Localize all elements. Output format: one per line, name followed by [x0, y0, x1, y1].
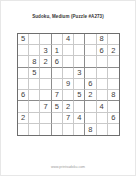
- sudoku-page: Sudoku, Medium (Puzzle #A273) 5483162826…: [0, 0, 136, 176]
- cell-r9c9[interactable]: [108, 124, 119, 135]
- cell-r9c7[interactable]: 8: [85, 124, 96, 135]
- cell-r8c7[interactable]: [85, 113, 96, 124]
- cell-r6c7[interactable]: 2: [85, 90, 96, 101]
- cell-r1c9[interactable]: [108, 34, 119, 45]
- cell-r1c8[interactable]: 8: [97, 34, 108, 45]
- cell-r6c8[interactable]: [97, 90, 108, 101]
- sudoku-grid: 5483162826539667528752427468: [17, 33, 120, 136]
- cell-r6c1[interactable]: 6: [18, 90, 29, 101]
- cell-r6c3[interactable]: [40, 90, 51, 101]
- cell-r2c6[interactable]: [74, 45, 85, 56]
- cell-r4c5[interactable]: [63, 68, 74, 79]
- cell-r1c6[interactable]: [74, 34, 85, 45]
- cell-r1c3[interactable]: [40, 34, 51, 45]
- cell-r2c7[interactable]: [85, 45, 96, 56]
- cell-r5c4[interactable]: [52, 79, 63, 90]
- cell-r4c8[interactable]: [97, 68, 108, 79]
- cell-r2c8[interactable]: 6: [97, 45, 108, 56]
- cell-r9c4[interactable]: [52, 124, 63, 135]
- cell-r7c2[interactable]: [29, 101, 40, 112]
- cell-r3c8[interactable]: [97, 56, 108, 67]
- cell-r7c5[interactable]: 2: [63, 101, 74, 112]
- cell-r9c2[interactable]: [29, 124, 40, 135]
- cell-r2c5[interactable]: [63, 45, 74, 56]
- cell-r9c5[interactable]: [63, 124, 74, 135]
- footer-url: www.printsudoku.com: [1, 165, 135, 169]
- cell-r9c6[interactable]: [74, 124, 85, 135]
- cell-r5c1[interactable]: [18, 79, 29, 90]
- cell-r6c9[interactable]: 8: [108, 90, 119, 101]
- cell-r3c7[interactable]: [85, 56, 96, 67]
- cell-r3c5[interactable]: [63, 56, 74, 67]
- cell-r4c1[interactable]: [18, 68, 29, 79]
- cell-r6c5[interactable]: [63, 90, 74, 101]
- cell-r8c3[interactable]: [40, 113, 51, 124]
- cell-r7c8[interactable]: 4: [97, 101, 108, 112]
- cell-r5c8[interactable]: [97, 79, 108, 90]
- cell-r4c7[interactable]: [85, 68, 96, 79]
- cell-r8c5[interactable]: 7: [63, 113, 74, 124]
- cell-r2c1[interactable]: [18, 45, 29, 56]
- cell-r1c5[interactable]: 4: [63, 34, 74, 45]
- cell-r8c8[interactable]: [97, 113, 108, 124]
- cell-r3c3[interactable]: 2: [40, 56, 51, 67]
- cell-r6c6[interactable]: 5: [74, 90, 85, 101]
- cell-r7c1[interactable]: [18, 101, 29, 112]
- cell-r4c2[interactable]: 5: [29, 68, 40, 79]
- cell-r4c3[interactable]: [40, 68, 51, 79]
- cell-r8c6[interactable]: 4: [74, 113, 85, 124]
- cell-r1c1[interactable]: 5: [18, 34, 29, 45]
- cell-r2c9[interactable]: 2: [108, 45, 119, 56]
- cell-r5c3[interactable]: [40, 79, 51, 90]
- cell-r7c3[interactable]: 7: [40, 101, 51, 112]
- cell-r5c2[interactable]: [29, 79, 40, 90]
- cell-r4c6[interactable]: 3: [74, 68, 85, 79]
- cell-r8c2[interactable]: [29, 113, 40, 124]
- cell-r6c2[interactable]: [29, 90, 40, 101]
- page-title: Sudoku, Medium (Puzzle #A273): [1, 14, 135, 19]
- cell-r2c3[interactable]: 3: [40, 45, 51, 56]
- cell-r9c3[interactable]: [40, 124, 51, 135]
- cell-r7c6[interactable]: [74, 101, 85, 112]
- cell-r7c9[interactable]: [108, 101, 119, 112]
- cell-r7c4[interactable]: 5: [52, 101, 63, 112]
- cell-r3c6[interactable]: [74, 56, 85, 67]
- cell-r2c2[interactable]: [29, 45, 40, 56]
- cell-r1c2[interactable]: [29, 34, 40, 45]
- cell-r1c7[interactable]: [85, 34, 96, 45]
- cell-r3c1[interactable]: [18, 56, 29, 67]
- cell-r3c9[interactable]: [108, 56, 119, 67]
- cell-r4c4[interactable]: [52, 68, 63, 79]
- cell-r5c7[interactable]: 6: [85, 79, 96, 90]
- cell-r3c4[interactable]: 6: [52, 56, 63, 67]
- cell-r3c2[interactable]: 8: [29, 56, 40, 67]
- cell-r8c1[interactable]: 2: [18, 113, 29, 124]
- cell-r9c8[interactable]: [97, 124, 108, 135]
- cell-r5c5[interactable]: 9: [63, 79, 74, 90]
- cell-r8c9[interactable]: 6: [108, 113, 119, 124]
- cell-r5c6[interactable]: [74, 79, 85, 90]
- cell-r7c7[interactable]: [85, 101, 96, 112]
- cell-r2c4[interactable]: 1: [52, 45, 63, 56]
- cell-r8c4[interactable]: [52, 113, 63, 124]
- cell-r5c9[interactable]: [108, 79, 119, 90]
- cell-r9c1[interactable]: [18, 124, 29, 135]
- cell-r1c4[interactable]: [52, 34, 63, 45]
- cell-r4c9[interactable]: [108, 68, 119, 79]
- cell-r6c4[interactable]: 7: [52, 90, 63, 101]
